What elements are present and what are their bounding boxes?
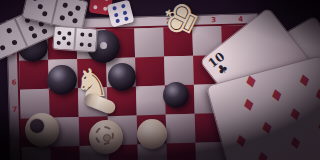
diamond-icon: ♦ (258, 118, 277, 138)
card-index: 10♣ (207, 52, 233, 79)
photo-chessboard-scene: 1234567 ♞♚ ♠8♦♦6♥♥7♠♠10♣♣♦♦♦♦♦♦♦♦♦♦♦♦♦ (0, 0, 320, 160)
diamond-icon: ♦ (286, 134, 305, 154)
diamond-icon: ♦ (239, 96, 258, 116)
diamond-icon: ♦ (242, 72, 261, 92)
diamond-icon: ♦ (232, 131, 251, 151)
diamond-icon: ♦ (311, 85, 320, 105)
diamond-icon: ♦ (254, 149, 273, 160)
diamond-icon: ♦ (267, 85, 286, 105)
diamond-icon: ♦ (286, 105, 305, 125)
cards-layer: ♠8♦♦6♥♥7♠♠10♣♣♦♦♦♦♦♦♦♦♦♦♦♦♦ (0, 0, 320, 160)
diamond-icon: ♦ (313, 117, 320, 137)
diamond-icon: ♦ (300, 159, 319, 160)
club-icon: ♣ (214, 61, 233, 79)
